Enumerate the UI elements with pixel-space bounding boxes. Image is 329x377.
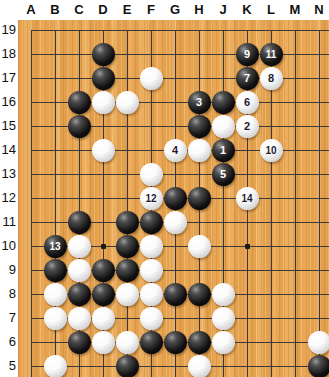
column-label-D: D [93, 2, 113, 18]
black-stone-C6[interactable] [68, 331, 91, 354]
white-stone-F13[interactable] [140, 163, 163, 186]
row-label-12: 12 [0, 189, 16, 207]
black-stone-E9[interactable] [116, 259, 139, 282]
white-stone-D7[interactable] [92, 307, 115, 330]
move-number-label: 6 [244, 96, 250, 108]
column-labels: ABCDEFGHJKLMN [0, 0, 329, 20]
black-stone-E10[interactable] [116, 235, 139, 258]
black-stone-J16[interactable] [212, 91, 235, 114]
black-stone-D8[interactable] [92, 283, 115, 306]
black-stone-E11[interactable] [116, 211, 139, 234]
move-number-label: 5 [220, 168, 226, 180]
white-stone-E16[interactable] [116, 91, 139, 114]
white-stone-C9[interactable] [68, 259, 91, 282]
go-board[interactable]: 9117836241105121413 [18, 20, 329, 377]
column-label-J: J [213, 2, 233, 18]
white-stone-E8[interactable] [116, 283, 139, 306]
black-stone-D18[interactable] [92, 43, 115, 66]
grid-line-col-N [319, 30, 320, 377]
column-label-E: E [117, 2, 137, 18]
black-stone-C11[interactable] [68, 211, 91, 234]
black-stone-E5[interactable] [116, 355, 139, 377]
black-stone-H12[interactable] [188, 187, 211, 210]
move-number-label: 3 [196, 96, 202, 108]
white-stone-B5[interactable] [44, 355, 67, 377]
row-label-15: 15 [0, 117, 16, 135]
white-stone-F7[interactable] [140, 307, 163, 330]
white-stone-L17-move-8[interactable]: 8 [260, 67, 283, 90]
move-number-label: 7 [244, 72, 250, 84]
white-stone-B7[interactable] [44, 307, 67, 330]
row-label-5: 5 [0, 357, 16, 375]
black-stone-F6[interactable] [140, 331, 163, 354]
grid-line-col-E [127, 30, 128, 377]
row-label-13: 13 [0, 165, 16, 183]
white-stone-K15-move-2[interactable]: 2 [236, 115, 259, 138]
row-labels: 1918171615141312111098765 [0, 0, 18, 377]
white-stone-C7[interactable] [68, 307, 91, 330]
white-stone-F8[interactable] [140, 283, 163, 306]
grid-line-row-17 [31, 78, 329, 79]
move-number-label: 12 [145, 193, 156, 204]
grid-line-row-5 [31, 366, 329, 367]
white-stone-C10[interactable] [68, 235, 91, 258]
black-stone-H6[interactable] [188, 331, 211, 354]
black-stone-F11[interactable] [140, 211, 163, 234]
column-label-B: B [45, 2, 65, 18]
black-stone-D17[interactable] [92, 67, 115, 90]
grid-line-row-13 [31, 174, 329, 175]
white-stone-F9[interactable] [140, 259, 163, 282]
move-number-label: 14 [241, 193, 252, 204]
white-stone-K16-move-6[interactable]: 6 [236, 91, 259, 114]
black-stone-J14-move-1[interactable]: 1 [212, 139, 235, 162]
move-number-label: 10 [265, 145, 276, 156]
white-stone-B8[interactable] [44, 283, 67, 306]
white-stone-H14[interactable] [188, 139, 211, 162]
move-number-label: 2 [244, 120, 250, 132]
row-label-6: 6 [0, 333, 16, 351]
row-label-16: 16 [0, 93, 16, 111]
column-label-F: F [141, 2, 161, 18]
column-label-H: H [189, 2, 209, 18]
column-label-C: C [69, 2, 89, 18]
column-label-N: N [309, 2, 329, 18]
white-stone-K12-move-14[interactable]: 14 [236, 187, 259, 210]
move-number-label: 4 [172, 144, 178, 156]
black-stone-B9[interactable] [44, 259, 67, 282]
grid-line-col-A [31, 30, 32, 377]
move-number-label: 8 [268, 72, 274, 84]
row-label-17: 17 [0, 69, 16, 87]
grid-line-col-M [295, 30, 296, 377]
row-label-8: 8 [0, 285, 16, 303]
black-stone-H16-move-3[interactable]: 3 [188, 91, 211, 114]
white-stone-J8[interactable] [212, 283, 235, 306]
column-label-M: M [285, 2, 305, 18]
grid-line-row-19 [31, 30, 329, 31]
white-stone-G11[interactable] [164, 211, 187, 234]
row-label-19: 19 [0, 21, 16, 39]
white-stone-D14[interactable] [92, 139, 115, 162]
white-stone-L14-move-10[interactable]: 10 [260, 139, 283, 162]
white-stone-E6[interactable] [116, 331, 139, 354]
move-number-label: 1 [220, 144, 226, 156]
white-stone-D6[interactable] [92, 331, 115, 354]
white-stone-G14-move-4[interactable]: 4 [164, 139, 187, 162]
white-stone-J7[interactable] [212, 307, 235, 330]
grid-line-row-18 [31, 54, 329, 55]
star-point-D10 [101, 244, 106, 249]
black-stone-H8[interactable] [188, 283, 211, 306]
black-stone-K17-move-7[interactable]: 7 [236, 67, 259, 90]
row-label-7: 7 [0, 309, 16, 327]
white-stone-F10[interactable] [140, 235, 163, 258]
white-stone-H10[interactable] [188, 235, 211, 258]
black-stone-G8[interactable] [164, 283, 187, 306]
column-label-A: A [21, 2, 41, 18]
black-stone-L18-move-11[interactable]: 11 [260, 43, 283, 66]
star-point-K10 [245, 244, 250, 249]
white-stone-D16[interactable] [92, 91, 115, 114]
white-stone-J6[interactable] [212, 331, 235, 354]
white-stone-J15[interactable] [212, 115, 235, 138]
black-stone-N5[interactable] [308, 355, 329, 377]
black-stone-D9[interactable] [92, 259, 115, 282]
black-stone-H15[interactable] [188, 115, 211, 138]
go-diagram-window: 1918171615141312111098765 ABCDEFGHJKLMN … [0, 0, 329, 377]
move-number-label: 9 [244, 48, 250, 60]
white-stone-F12-move-12[interactable]: 12 [140, 187, 163, 210]
column-label-G: G [165, 2, 185, 18]
row-label-9: 9 [0, 261, 16, 279]
black-stone-B10-move-13[interactable]: 13 [44, 235, 67, 258]
row-label-14: 14 [0, 141, 16, 159]
black-stone-K18-move-9[interactable]: 9 [236, 43, 259, 66]
white-stone-N6[interactable] [308, 331, 329, 354]
column-label-K: K [237, 2, 257, 18]
black-stone-C8[interactable] [68, 283, 91, 306]
move-number-label: 11 [266, 49, 277, 60]
row-label-18: 18 [0, 45, 16, 63]
black-stone-G12[interactable] [164, 187, 187, 210]
black-stone-C15[interactable] [68, 115, 91, 138]
black-stone-J13-move-5[interactable]: 5 [212, 163, 235, 186]
white-stone-F17[interactable] [140, 67, 163, 90]
black-stone-G6[interactable] [164, 331, 187, 354]
move-number-label: 13 [49, 241, 60, 252]
row-label-11: 11 [0, 213, 16, 231]
column-label-L: L [261, 2, 281, 18]
black-stone-C16[interactable] [68, 91, 91, 114]
white-stone-H5[interactable] [188, 355, 211, 377]
row-label-10: 10 [0, 237, 16, 255]
